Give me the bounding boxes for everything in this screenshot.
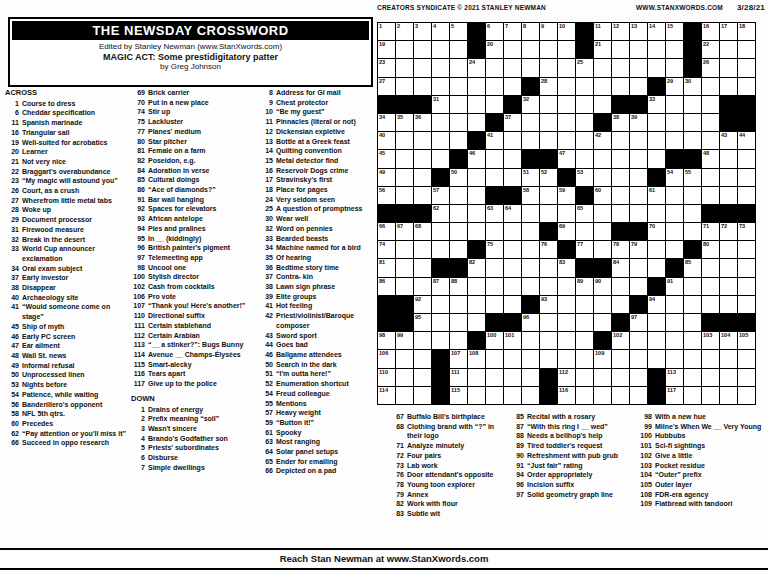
grid-cell-r15c7[interactable] — [486, 278, 503, 295]
grid-cell-r1c14[interactable]: 12 — [612, 23, 629, 40]
grid-cell-r19c3[interactable] — [414, 350, 431, 367]
grid-cell-r18c21[interactable]: 105 — [738, 332, 755, 349]
grid-cell-r20c12[interactable] — [576, 369, 593, 386]
grid-cell-r10c17[interactable] — [666, 187, 683, 204]
grid-cell-r17c9[interactable]: 96 — [522, 314, 539, 331]
grid-cell-r19c1[interactable]: 106 — [378, 350, 395, 367]
grid-cell-r13c1[interactable]: 74 — [378, 241, 395, 258]
grid-cell-r7c3[interactable] — [414, 132, 431, 149]
grid-cell-r11c14[interactable] — [612, 205, 629, 222]
grid-cell-r6c10[interactable] — [540, 114, 557, 131]
grid-cell-r18c18[interactable] — [684, 332, 701, 349]
grid-cell-r9c9[interactable]: 51 — [522, 169, 539, 186]
grid-cell-r12c13[interactable] — [594, 223, 611, 240]
grid-cell-r4c1[interactable]: 27 — [378, 78, 395, 95]
grid-cell-r1c15[interactable]: 13 — [630, 23, 647, 40]
grid-cell-r5c5[interactable] — [450, 96, 467, 113]
grid-cell-r15c6[interactable] — [468, 278, 485, 295]
grid-cell-r2c1[interactable]: 19 — [378, 41, 395, 58]
grid-cell-r16c3[interactable]: 92 — [414, 296, 431, 313]
grid-cell-r2c16[interactable] — [648, 41, 665, 58]
grid-cell-r1c19[interactable]: 16 — [702, 23, 719, 40]
grid-cell-r6c11[interactable] — [558, 114, 575, 131]
grid-cell-r1c2[interactable]: 2 — [396, 23, 413, 40]
grid-cell-r20c18[interactable] — [684, 369, 701, 386]
grid-cell-r18c4[interactable] — [432, 332, 449, 349]
grid-cell-r6c19[interactable] — [702, 114, 719, 131]
grid-cell-r8c12[interactable] — [576, 150, 593, 167]
grid-cell-r5c12[interactable] — [576, 96, 593, 113]
grid-cell-r3c1[interactable]: 23 — [378, 59, 395, 76]
grid-cell-r1c4[interactable]: 4 — [432, 23, 449, 40]
grid-cell-r2c8[interactable] — [504, 41, 521, 58]
grid-cell-r16c19[interactable] — [702, 296, 719, 313]
grid-cell-r14c15[interactable] — [630, 259, 647, 276]
grid-cell-r8c3[interactable] — [414, 150, 431, 167]
grid-cell-r8c16[interactable] — [648, 150, 665, 167]
grid-cell-r10c19[interactable] — [702, 187, 719, 204]
grid-cell-r20c9[interactable] — [522, 369, 539, 386]
grid-cell-r15c1[interactable]: 86 — [378, 278, 395, 295]
grid-cell-r13c3[interactable] — [414, 241, 431, 258]
grid-cell-r7c21[interactable]: 44 — [738, 132, 755, 149]
grid-cell-r19c15[interactable] — [630, 350, 647, 367]
grid-cell-r4c15[interactable] — [630, 78, 647, 95]
grid-cell-r18c12[interactable] — [576, 332, 593, 349]
grid-cell-r6c8[interactable]: 37 — [504, 114, 521, 131]
grid-cell-r19c13[interactable]: 109 — [594, 350, 611, 367]
grid-cell-r4c17[interactable]: 29 — [666, 78, 683, 95]
grid-cell-r14c18[interactable]: 85 — [684, 259, 701, 276]
grid-cell-r21c18[interactable] — [684, 387, 701, 404]
grid-cell-r3c11[interactable] — [558, 59, 575, 76]
grid-cell-r20c13[interactable] — [594, 369, 611, 386]
grid-cell-r6c16[interactable] — [648, 114, 665, 131]
grid-cell-r20c15[interactable] — [630, 369, 647, 386]
grid-cell-r11c11[interactable] — [558, 205, 575, 222]
grid-cell-r7c8[interactable] — [504, 132, 521, 149]
grid-cell-r12c2[interactable]: 67 — [396, 223, 413, 240]
grid-cell-r19c6[interactable]: 108 — [468, 350, 485, 367]
grid-cell-r5c13[interactable] — [594, 96, 611, 113]
grid-cell-r9c6[interactable] — [468, 169, 485, 186]
grid-cell-r11c13[interactable] — [594, 205, 611, 222]
grid-cell-r13c5[interactable] — [450, 241, 467, 258]
grid-cell-r14c19[interactable] — [702, 259, 719, 276]
grid-cell-r1c20[interactable]: 17 — [720, 23, 737, 40]
grid-cell-r15c18[interactable] — [684, 278, 701, 295]
grid-cell-r21c20[interactable] — [720, 387, 737, 404]
grid-cell-r12c17[interactable] — [666, 223, 683, 240]
grid-cell-r18c17[interactable] — [666, 332, 683, 349]
grid-cell-r20c1[interactable]: 110 — [378, 369, 395, 386]
grid-cell-r19c17[interactable] — [666, 350, 683, 367]
grid-cell-r6c1[interactable]: 34 — [378, 114, 395, 131]
grid-cell-r12c20[interactable]: 72 — [720, 223, 737, 240]
grid-cell-r8c7[interactable] — [486, 150, 503, 167]
grid-cell-r13c21[interactable] — [738, 241, 755, 258]
grid-cell-r13c16[interactable] — [648, 241, 665, 258]
grid-cell-r6c3[interactable]: 36 — [414, 114, 431, 131]
grid-cell-r13c4[interactable] — [432, 241, 449, 258]
grid-cell-r1c17[interactable]: 15 — [666, 23, 683, 40]
grid-cell-r2c13[interactable]: 21 — [594, 41, 611, 58]
grid-cell-r3c6[interactable]: 24 — [468, 59, 485, 76]
grid-cell-r4c13[interactable] — [594, 78, 611, 95]
grid-cell-r6c12[interactable] — [576, 114, 593, 131]
grid-cell-r2c3[interactable] — [414, 41, 431, 58]
grid-cell-r7c16[interactable] — [648, 132, 665, 149]
grid-cell-r20c5[interactable]: 111 — [450, 369, 467, 386]
grid-cell-r2c15[interactable] — [630, 41, 647, 58]
grid-cell-r11c17[interactable] — [666, 205, 683, 222]
grid-cell-r6c2[interactable]: 35 — [396, 114, 413, 131]
grid-cell-r4c20[interactable] — [720, 78, 737, 95]
grid-cell-r10c16[interactable]: 61 — [648, 187, 665, 204]
grid-cell-r19c14[interactable] — [612, 350, 629, 367]
grid-cell-r15c14[interactable] — [612, 278, 629, 295]
grid-cell-r11c12[interactable]: 65 — [576, 205, 593, 222]
grid-cell-r7c14[interactable] — [612, 132, 629, 149]
grid-cell-r14c21[interactable] — [738, 259, 755, 276]
grid-cell-r8c21[interactable] — [738, 150, 755, 167]
grid-cell-r9c14[interactable] — [612, 169, 629, 186]
grid-cell-r20c3[interactable] — [414, 369, 431, 386]
grid-cell-r8c14[interactable] — [612, 150, 629, 167]
grid-cell-r9c3[interactable] — [414, 169, 431, 186]
grid-cell-r11c5[interactable] — [450, 205, 467, 222]
grid-cell-r13c2[interactable] — [396, 241, 413, 258]
grid-cell-r12c5[interactable] — [450, 223, 467, 240]
grid-cell-r21c14[interactable] — [612, 387, 629, 404]
grid-cell-r3c20[interactable] — [720, 59, 737, 76]
grid-cell-r9c1[interactable]: 49 — [378, 169, 395, 186]
grid-cell-r2c4[interactable] — [432, 41, 449, 58]
grid-cell-r5c4[interactable]: 31 — [432, 96, 449, 113]
grid-cell-r9c21[interactable] — [738, 169, 755, 186]
grid-cell-r15c17[interactable]: 91 — [666, 278, 683, 295]
grid-cell-r13c15[interactable]: 79 — [630, 241, 647, 258]
grid-cell-r15c13[interactable]: 90 — [594, 278, 611, 295]
grid-cell-r12c1[interactable]: 66 — [378, 223, 395, 240]
grid-cell-r18c20[interactable]: 104 — [720, 332, 737, 349]
grid-cell-r5c6[interactable] — [468, 96, 485, 113]
grid-cell-r14c11[interactable]: 83 — [558, 259, 575, 276]
grid-cell-r6c15[interactable]: 39 — [630, 114, 647, 131]
grid-cell-r14c10[interactable] — [540, 259, 557, 276]
grid-cell-r10c3[interactable] — [414, 187, 431, 204]
grid-cell-r21c3[interactable] — [414, 387, 431, 404]
grid-cell-r7c12[interactable] — [576, 132, 593, 149]
grid-cell-r6c9[interactable] — [522, 114, 539, 131]
grid-cell-r7c17[interactable] — [666, 132, 683, 149]
grid-cell-r16c17[interactable] — [666, 296, 683, 313]
grid-cell-r14c9[interactable] — [522, 259, 539, 276]
grid-cell-r5c10[interactable] — [540, 96, 557, 113]
grid-cell-r4c21[interactable] — [738, 78, 755, 95]
grid-cell-r21c1[interactable]: 114 — [378, 387, 395, 404]
grid-cell-r18c10[interactable] — [540, 332, 557, 349]
grid-cell-r3c4[interactable] — [432, 59, 449, 76]
grid-cell-r1c10[interactable]: 9 — [540, 23, 557, 40]
grid-cell-r20c8[interactable] — [504, 369, 521, 386]
grid-cell-r15c5[interactable]: 88 — [450, 278, 467, 295]
grid-cell-r6c17[interactable] — [666, 114, 683, 131]
grid-cell-r11c16[interactable] — [648, 205, 665, 222]
grid-cell-r7c20[interactable]: 43 — [720, 132, 737, 149]
grid-cell-r21c13[interactable] — [594, 387, 611, 404]
grid-cell-r21c9[interactable] — [522, 387, 539, 404]
grid-cell-r11c7[interactable]: 63 — [486, 205, 503, 222]
grid-cell-r1c16[interactable]: 14 — [648, 23, 665, 40]
grid-cell-r19c11[interactable] — [558, 350, 575, 367]
grid-cell-r10c13[interactable]: 60 — [594, 187, 611, 204]
grid-cell-r18c1[interactable]: 98 — [378, 332, 395, 349]
grid-cell-r14c6[interactable]: 82 — [468, 259, 485, 276]
grid-cell-r4c18[interactable]: 30 — [684, 78, 701, 95]
grid-cell-r20c6[interactable] — [468, 369, 485, 386]
grid-cell-r10c18[interactable] — [684, 187, 701, 204]
grid-cell-r6c6[interactable] — [468, 114, 485, 131]
grid-cell-r3c2[interactable] — [396, 59, 413, 76]
grid-cell-r2c19[interactable]: 22 — [702, 41, 719, 58]
grid-cell-r21c21[interactable] — [738, 387, 755, 404]
grid-cell-r1c5[interactable]: 5 — [450, 23, 467, 40]
grid-cell-r15c15[interactable] — [630, 278, 647, 295]
grid-cell-r3c15[interactable] — [630, 59, 647, 76]
grid-cell-r4c7[interactable] — [486, 78, 503, 95]
grid-cell-r12c3[interactable]: 68 — [414, 223, 431, 240]
grid-cell-r11c6[interactable] — [468, 205, 485, 222]
grid-cell-r5c17[interactable] — [666, 96, 683, 113]
grid-cell-r16c21[interactable] — [738, 296, 755, 313]
grid-cell-r6c14[interactable]: 38 — [612, 114, 629, 131]
grid-cell-r9c18[interactable]: 55 — [684, 169, 701, 186]
grid-cell-r20c11[interactable]: 112 — [558, 369, 575, 386]
grid-cell-r17c13[interactable] — [594, 314, 611, 331]
grid-cell-r13c8[interactable] — [504, 241, 521, 258]
grid-cell-r12c19[interactable]: 71 — [702, 223, 719, 240]
grid-cell-r10c20[interactable] — [720, 187, 737, 204]
grid-cell-r10c9[interactable]: 58 — [522, 187, 539, 204]
grid-cell-r12c4[interactable] — [432, 223, 449, 240]
grid-cell-r15c11[interactable] — [558, 278, 575, 295]
grid-cell-r3c9[interactable] — [522, 59, 539, 76]
grid-cell-r13c13[interactable] — [594, 241, 611, 258]
grid-cell-r2c11[interactable] — [558, 41, 575, 58]
grid-cell-r7c15[interactable] — [630, 132, 647, 149]
grid-cell-r6c5[interactable] — [450, 114, 467, 131]
grid-cell-r4c5[interactable] — [450, 78, 467, 95]
grid-cell-r2c17[interactable] — [666, 41, 683, 58]
grid-cell-r13c17[interactable] — [666, 241, 683, 258]
grid-cell-r8c4[interactable] — [432, 150, 449, 167]
grid-cell-r7c1[interactable]: 40 — [378, 132, 395, 149]
grid-cell-r4c12[interactable] — [576, 78, 593, 95]
grid-cell-r7c5[interactable] — [450, 132, 467, 149]
grid-cell-r12c16[interactable]: 70 — [648, 223, 665, 240]
grid-cell-r13c10[interactable]: 76 — [540, 241, 557, 258]
grid-cell-r9c15[interactable] — [630, 169, 647, 186]
grid-cell-r21c8[interactable] — [504, 387, 521, 404]
grid-cell-r14c1[interactable]: 81 — [378, 259, 395, 276]
grid-cell-r10c21[interactable] — [738, 187, 755, 204]
grid-cell-r21c15[interactable] — [630, 387, 647, 404]
grid-cell-r18c14[interactable]: 102 — [612, 332, 629, 349]
grid-cell-r2c14[interactable] — [612, 41, 629, 58]
grid-cell-r12c12[interactable] — [576, 223, 593, 240]
grid-cell-r5c7[interactable] — [486, 96, 503, 113]
grid-cell-r3c17[interactable] — [666, 59, 683, 76]
grid-cell-r3c10[interactable] — [540, 59, 557, 76]
grid-cell-r18c5[interactable] — [450, 332, 467, 349]
grid-cell-r13c19[interactable]: 80 — [702, 241, 719, 258]
grid-cell-r10c15[interactable] — [630, 187, 647, 204]
grid-cell-r15c2[interactable] — [396, 278, 413, 295]
grid-cell-r12c21[interactable]: 73 — [738, 223, 755, 240]
grid-cell-r17c4[interactable] — [432, 314, 449, 331]
grid-cell-r9c20[interactable] — [720, 169, 737, 186]
grid-cell-r1c9[interactable]: 8 — [522, 23, 539, 40]
grid-cell-r8c8[interactable] — [504, 150, 521, 167]
grid-cell-r1c11[interactable]: 10 — [558, 23, 575, 40]
grid-cell-r15c19[interactable] — [702, 278, 719, 295]
grid-cell-r16c13[interactable] — [594, 296, 611, 313]
grid-cell-r19c19[interactable] — [702, 350, 719, 367]
grid-cell-r9c19[interactable] — [702, 169, 719, 186]
grid-cell-r13c14[interactable]: 78 — [612, 241, 629, 258]
grid-cell-r1c3[interactable]: 3 — [414, 23, 431, 40]
grid-cell-r2c20[interactable] — [720, 41, 737, 58]
grid-cell-r3c14[interactable] — [612, 59, 629, 76]
grid-cell-r9c5[interactable]: 50 — [450, 169, 467, 186]
grid-cell-r19c10[interactable] — [540, 350, 557, 367]
grid-cell-r21c19[interactable] — [702, 387, 719, 404]
grid-cell-r20c14[interactable] — [612, 369, 629, 386]
grid-cell-r3c13[interactable] — [594, 59, 611, 76]
grid-cell-r17c3[interactable]: 95 — [414, 314, 431, 331]
grid-cell-r6c18[interactable] — [684, 114, 701, 131]
grid-cell-r19c2[interactable] — [396, 350, 413, 367]
grid-cell-r11c10[interactable] — [540, 205, 557, 222]
grid-cell-r10c1[interactable]: 56 — [378, 187, 395, 204]
grid-cell-r19c5[interactable]: 107 — [450, 350, 467, 367]
grid-cell-r15c3[interactable] — [414, 278, 431, 295]
grid-cell-r2c7[interactable]: 20 — [486, 41, 503, 58]
grid-cell-r2c9[interactable] — [522, 41, 539, 58]
grid-cell-r4c14[interactable] — [612, 78, 629, 95]
grid-cell-r9c2[interactable] — [396, 169, 413, 186]
grid-cell-r12c11[interactable]: 69 — [558, 223, 575, 240]
grid-cell-r18c8[interactable]: 101 — [504, 332, 521, 349]
grid-cell-r9c13[interactable] — [594, 169, 611, 186]
grid-cell-r7c4[interactable] — [432, 132, 449, 149]
grid-cell-r11c8[interactable]: 64 — [504, 205, 521, 222]
grid-cell-r13c12[interactable]: 77 — [576, 241, 593, 258]
grid-cell-r10c11[interactable]: 59 — [558, 187, 575, 204]
grid-cell-r8c11[interactable]: 47 — [558, 150, 575, 167]
grid-cell-r21c2[interactable] — [396, 387, 413, 404]
grid-cell-r7c9[interactable] — [522, 132, 539, 149]
grid-cell-r10c6[interactable] — [468, 187, 485, 204]
grid-cell-r9c10[interactable]: 52 — [540, 169, 557, 186]
grid-cell-r21c17[interactable]: 117 — [666, 387, 683, 404]
grid-cell-r19c12[interactable] — [576, 350, 593, 367]
grid-cell-r4c11[interactable] — [558, 78, 575, 95]
grid-cell-r3c12[interactable]: 25 — [576, 59, 593, 76]
grid-cell-r18c2[interactable]: 99 — [396, 332, 413, 349]
grid-cell-r15c21[interactable] — [738, 278, 755, 295]
grid-cell-r18c3[interactable] — [414, 332, 431, 349]
grid-cell-r5c18[interactable] — [684, 96, 701, 113]
grid-cell-r3c16[interactable] — [648, 59, 665, 76]
grid-cell-r20c2[interactable] — [396, 369, 413, 386]
grid-cell-r15c20[interactable] — [720, 278, 737, 295]
grid-cell-r18c11[interactable] — [558, 332, 575, 349]
grid-cell-r4c8[interactable] — [504, 78, 521, 95]
grid-cell-r2c21[interactable] — [738, 41, 755, 58]
grid-cell-r18c19[interactable]: 103 — [702, 332, 719, 349]
grid-cell-r1c8[interactable]: 7 — [504, 23, 521, 40]
grid-cell-r19c9[interactable] — [522, 350, 539, 367]
grid-cell-r14c16[interactable] — [648, 259, 665, 276]
grid-cell-r19c20[interactable] — [720, 350, 737, 367]
grid-cell-r20c17[interactable]: 113 — [666, 369, 683, 386]
grid-cell-r20c20[interactable] — [720, 369, 737, 386]
grid-cell-r14c2[interactable] — [396, 259, 413, 276]
grid-cell-r7c11[interactable] — [558, 132, 575, 149]
grid-cell-r18c16[interactable] — [648, 332, 665, 349]
grid-cell-r14c3[interactable] — [414, 259, 431, 276]
grid-cell-r16c20[interactable] — [720, 296, 737, 313]
grid-cell-r17c10[interactable] — [540, 314, 557, 331]
grid-cell-r21c5[interactable]: 115 — [450, 387, 467, 404]
grid-cell-r12c7[interactable] — [486, 223, 503, 240]
grid-cell-r13c9[interactable] — [522, 241, 539, 258]
grid-cell-r9c7[interactable] — [486, 169, 503, 186]
grid-cell-r15c8[interactable] — [504, 278, 521, 295]
grid-cell-r17c12[interactable] — [576, 314, 593, 331]
grid-cell-r4c10[interactable]: 28 — [540, 78, 557, 95]
grid-cell-r3c21[interactable] — [738, 59, 755, 76]
grid-cell-r5c19[interactable] — [702, 96, 719, 113]
grid-cell-r14c7[interactable] — [486, 259, 503, 276]
grid-cell-r16c12[interactable] — [576, 296, 593, 313]
grid-cell-r9c12[interactable]: 53 — [576, 169, 593, 186]
grid-cell-r6c4[interactable] — [432, 114, 449, 131]
grid-cell-r12c18[interactable] — [684, 223, 701, 240]
grid-cell-r3c3[interactable] — [414, 59, 431, 76]
grid-cell-r19c7[interactable] — [486, 350, 503, 367]
grid-cell-r4c3[interactable] — [414, 78, 431, 95]
grid-cell-r11c18[interactable] — [684, 205, 701, 222]
grid-cell-r15c9[interactable] — [522, 278, 539, 295]
grid-cell-r11c9[interactable] — [522, 205, 539, 222]
grid-cell-r16c14[interactable] — [612, 296, 629, 313]
grid-cell-r20c7[interactable] — [486, 369, 503, 386]
grid-cell-r7c13[interactable]: 42 — [594, 132, 611, 149]
grid-cell-r7c2[interactable] — [396, 132, 413, 149]
grid-cell-r16c5[interactable] — [450, 296, 467, 313]
grid-cell-r5c9[interactable]: 32 — [522, 96, 539, 113]
grid-cell-r14c14[interactable]: 84 — [612, 259, 629, 276]
grid-cell-r17c17[interactable] — [666, 314, 683, 331]
grid-cell-r17c6[interactable] — [468, 314, 485, 331]
grid-cell-r17c5[interactable] — [450, 314, 467, 331]
grid-cell-r11c15[interactable] — [630, 205, 647, 222]
grid-cell-r17c11[interactable] — [558, 314, 575, 331]
grid-cell-r7c18[interactable] — [684, 132, 701, 149]
